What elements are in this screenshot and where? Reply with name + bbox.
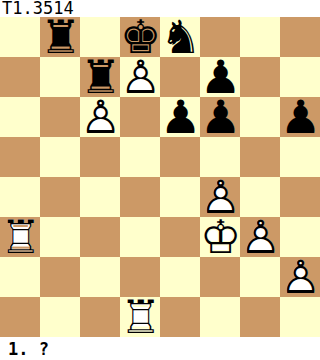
square-d4[interactable] [120,177,160,217]
square-b8[interactable]: ♜ [40,17,80,57]
white-piece-outline: ♙ [240,214,280,260]
square-c2[interactable] [80,257,120,297]
square-a2[interactable] [0,257,40,297]
square-d6[interactable] [120,97,160,137]
square-a7[interactable] [0,57,40,97]
square-c1[interactable] [80,297,120,337]
square-c4[interactable] [80,177,120,217]
square-c6[interactable]: ♟♙ [80,97,120,137]
piece-white-king-icon: ♚♔ [200,217,240,257]
square-g5[interactable] [240,137,280,177]
square-g8[interactable] [240,17,280,57]
square-g2[interactable] [240,257,280,297]
square-f2[interactable] [200,257,240,297]
white-piece-outline: ♖ [120,294,160,340]
piece-white-rook-icon: ♜♖ [120,297,160,337]
square-h1[interactable] [280,297,320,337]
square-g7[interactable] [240,57,280,97]
square-a5[interactable] [0,137,40,177]
square-b5[interactable] [40,137,80,177]
piece-white-pawn-icon: ♟♙ [120,57,160,97]
square-d1[interactable]: ♜♖ [120,297,160,337]
piece-white-rook-icon: ♜♖ [0,217,40,257]
square-h2[interactable]: ♟♙ [280,257,320,297]
square-f3[interactable]: ♚♔ [200,217,240,257]
square-a6[interactable] [0,97,40,137]
black-piece-fill: ♞ [160,14,200,60]
chess-puzzle-window: T1.3514 ♜♚♞♜♟♙♟♟♙♟♟♟♟♙♜♖♚♔♟♙♟♙♜♖ 1. ? [0,0,320,360]
square-g1[interactable] [240,297,280,337]
chess-board: ♜♚♞♜♟♙♟♟♙♟♟♟♟♙♜♖♚♔♟♙♟♙♜♖ [0,17,320,337]
piece-white-pawn-icon: ♟♙ [280,257,320,297]
square-a3[interactable]: ♜♖ [0,217,40,257]
square-d7[interactable]: ♟♙ [120,57,160,97]
black-piece-fill: ♟ [160,94,200,140]
square-a8[interactable] [0,17,40,57]
square-e2[interactable] [160,257,200,297]
white-piece-outline: ♖ [0,214,40,260]
piece-black-rook-icon: ♜ [40,17,80,57]
square-h5[interactable] [280,137,320,177]
square-h6[interactable]: ♟ [280,97,320,137]
piece-black-pawn-icon: ♟ [160,97,200,137]
square-d3[interactable] [120,217,160,257]
square-g6[interactable] [240,97,280,137]
square-c5[interactable] [80,137,120,177]
black-piece-fill: ♜ [40,14,80,60]
square-d5[interactable] [120,137,160,177]
white-piece-outline: ♙ [280,254,320,300]
square-b3[interactable] [40,217,80,257]
square-a1[interactable] [0,297,40,337]
square-b4[interactable] [40,177,80,217]
piece-white-pawn-icon: ♟♙ [240,217,280,257]
piece-black-pawn-icon: ♟ [280,97,320,137]
white-piece-outline: ♙ [120,54,160,100]
square-b2[interactable] [40,257,80,297]
square-e3[interactable] [160,217,200,257]
square-e1[interactable] [160,297,200,337]
piece-white-pawn-icon: ♟♙ [80,97,120,137]
square-b6[interactable] [40,97,80,137]
white-piece-outline: ♙ [80,94,120,140]
square-f6[interactable]: ♟ [200,97,240,137]
square-g3[interactable]: ♟♙ [240,217,280,257]
white-piece-outline: ♔ [200,214,240,260]
square-h8[interactable] [280,17,320,57]
piece-black-knight-icon: ♞ [160,17,200,57]
square-h4[interactable] [280,177,320,217]
piece-black-pawn-icon: ♟ [200,97,240,137]
square-b7[interactable] [40,57,80,97]
black-piece-fill: ♟ [200,94,240,140]
square-e6[interactable]: ♟ [160,97,200,137]
square-f1[interactable] [200,297,240,337]
square-e5[interactable] [160,137,200,177]
square-e8[interactable]: ♞ [160,17,200,57]
move-prompt: 1. ? [8,339,49,359]
square-e4[interactable] [160,177,200,217]
square-c3[interactable] [80,217,120,257]
square-b1[interactable] [40,297,80,337]
black-piece-fill: ♟ [280,94,320,140]
